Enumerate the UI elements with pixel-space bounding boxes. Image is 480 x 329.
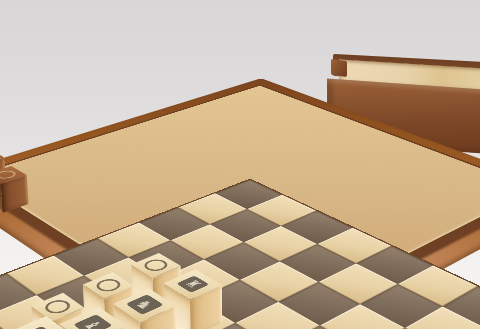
storage-box-lip: [331, 59, 347, 77]
rook-engraving-emblem: ♜: [176, 275, 210, 293]
knight-engraving-emblem: ♞: [126, 295, 162, 315]
bishop-engraving-emblem: ♝: [73, 314, 112, 329]
photo-scene: ♜♞♝♛♚♝♞♜♜♞♝♛♚♝♞♜: [0, 0, 480, 329]
